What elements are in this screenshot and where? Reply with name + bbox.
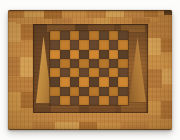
board-square (60, 40, 70, 49)
board-square (50, 77, 60, 86)
board-square (109, 50, 119, 59)
board-square (118, 68, 128, 77)
board-square (79, 87, 89, 96)
board-square (99, 68, 109, 77)
board-square (50, 31, 60, 40)
board-square (79, 68, 89, 77)
board-square (60, 50, 70, 59)
board-square (89, 96, 99, 105)
board-square (79, 96, 89, 105)
board-square (70, 59, 80, 68)
board-square (118, 40, 128, 49)
board-square (109, 77, 119, 86)
board-square (50, 68, 60, 77)
board-square (99, 77, 109, 86)
board-square (89, 31, 99, 40)
board-square (99, 50, 109, 59)
board-square (50, 40, 60, 49)
board-square (79, 50, 89, 59)
inner-dark-panel (33, 24, 148, 113)
board-square (70, 77, 80, 86)
board-square (109, 40, 119, 49)
board-square (60, 59, 70, 68)
board-square (89, 77, 99, 86)
board-square (70, 96, 80, 105)
board-square (79, 40, 89, 49)
board-square (99, 40, 109, 49)
board-square (70, 31, 80, 40)
board-square (89, 40, 99, 49)
photo-background (0, 0, 180, 140)
board-square (60, 31, 70, 40)
board-square (118, 50, 128, 59)
board-square (99, 31, 109, 40)
right-triangle-inlay (129, 37, 146, 102)
board-square (109, 87, 119, 96)
board-square (99, 87, 109, 96)
board-square (60, 77, 70, 86)
board-square (118, 96, 128, 105)
board-square (118, 87, 128, 96)
board-square (70, 40, 80, 49)
board-square (60, 96, 70, 105)
board-square (70, 68, 80, 77)
board-square (50, 87, 60, 96)
board-square (99, 59, 109, 68)
board-square (109, 96, 119, 105)
game-board (8, 10, 172, 130)
board-square (89, 59, 99, 68)
board-square (60, 68, 70, 77)
board-square (89, 68, 99, 77)
board-square (89, 50, 99, 59)
checkerboard (50, 31, 128, 105)
board-square (79, 77, 89, 86)
board-square (109, 59, 119, 68)
board-square (50, 59, 60, 68)
board-square (118, 59, 128, 68)
board-square (109, 31, 119, 40)
board-square (99, 96, 109, 105)
board-square (79, 31, 89, 40)
board-square (70, 50, 80, 59)
board-square (50, 50, 60, 59)
board-square (109, 68, 119, 77)
board-square (60, 87, 70, 96)
board-square (118, 77, 128, 86)
board-square (50, 96, 60, 105)
board-square (79, 59, 89, 68)
board-square (89, 87, 99, 96)
board-square (118, 31, 128, 40)
board-square (70, 87, 80, 96)
